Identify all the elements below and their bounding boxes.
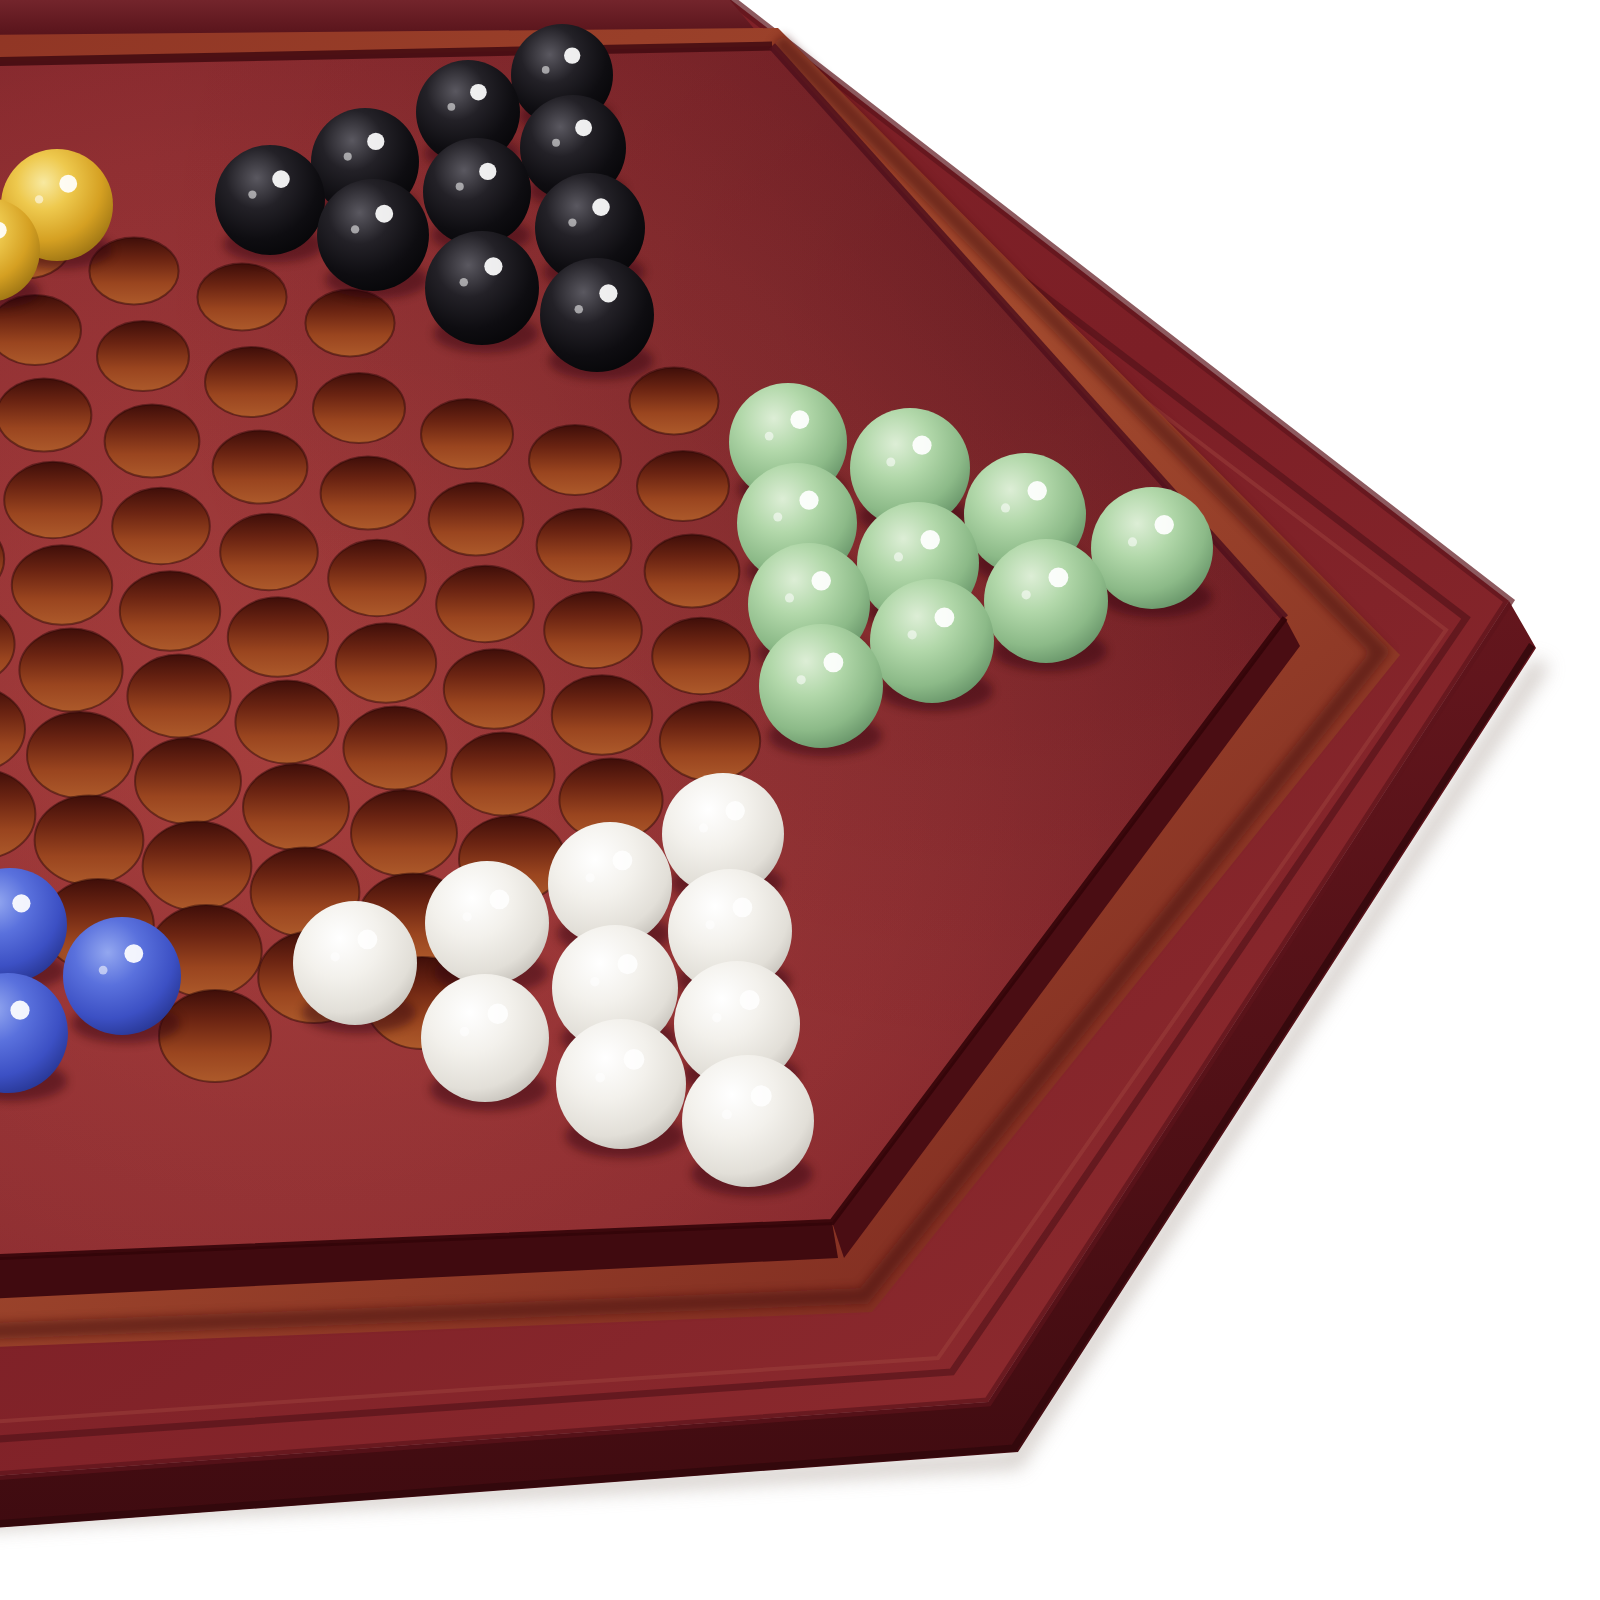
board-hole[interactable]	[652, 618, 750, 694]
board-hole[interactable]	[451, 733, 554, 816]
board-hole[interactable]	[35, 795, 144, 884]
board-hole[interactable]	[305, 290, 394, 357]
board-hole[interactable]	[235, 681, 338, 764]
board-hole[interactable]	[336, 623, 436, 703]
board-hole[interactable]	[529, 425, 621, 495]
board-hole[interactable]	[351, 790, 457, 876]
marble-black[interactable]	[540, 258, 654, 380]
board-hole[interactable]	[220, 514, 318, 590]
board-hole[interactable]	[552, 675, 652, 755]
board-hole[interactable]	[228, 597, 328, 677]
board-hole[interactable]	[127, 655, 230, 738]
marble-black[interactable]	[215, 145, 325, 263]
board-hole[interactable]	[120, 571, 220, 651]
marble-green[interactable]	[870, 579, 994, 712]
chinese-checkers-photo	[0, 0, 1600, 1600]
board-hole[interactable]	[429, 482, 524, 555]
board-hole[interactable]	[4, 462, 102, 538]
board-hole[interactable]	[19, 629, 122, 712]
marble-white[interactable]	[425, 861, 549, 994]
board-hole[interactable]	[637, 451, 729, 521]
board-hole[interactable]	[328, 540, 426, 616]
board-hole[interactable]	[544, 592, 642, 668]
board-hole[interactable]	[645, 534, 740, 607]
marble-black[interactable]	[317, 179, 429, 299]
board-hole[interactable]	[197, 264, 286, 331]
board-scene	[0, 0, 1600, 1600]
board-hole[interactable]	[105, 404, 200, 477]
board-hole[interactable]	[112, 488, 210, 564]
board-hole[interactable]	[0, 378, 91, 451]
board-hole[interactable]	[159, 990, 271, 1082]
board-hole[interactable]	[143, 821, 252, 910]
board-hole[interactable]	[660, 701, 760, 781]
board-hole[interactable]	[213, 430, 308, 503]
marble-white[interactable]	[556, 1019, 686, 1158]
marble-white[interactable]	[682, 1055, 814, 1196]
marble-green[interactable]	[1091, 487, 1213, 618]
board-hole[interactable]	[27, 712, 133, 798]
marble-white[interactable]	[293, 901, 417, 1034]
board-hole[interactable]	[97, 321, 189, 391]
marble-blue[interactable]	[63, 917, 181, 1043]
marble-black[interactable]	[425, 231, 539, 353]
board-hole[interactable]	[135, 738, 241, 824]
marble-green[interactable]	[759, 624, 883, 757]
board-hole[interactable]	[444, 649, 544, 729]
board-hole[interactable]	[313, 373, 405, 443]
board-hole[interactable]	[421, 399, 513, 469]
board-hole[interactable]	[243, 764, 349, 850]
board-hole[interactable]	[537, 508, 632, 581]
board-hole[interactable]	[629, 368, 718, 435]
board-hole[interactable]	[321, 456, 416, 529]
marble-white[interactable]	[421, 974, 549, 1111]
board-hole[interactable]	[436, 566, 534, 642]
marble-green[interactable]	[984, 539, 1108, 672]
board-hole[interactable]	[343, 707, 446, 790]
board-hole[interactable]	[12, 545, 112, 625]
board-hole[interactable]	[205, 347, 297, 417]
